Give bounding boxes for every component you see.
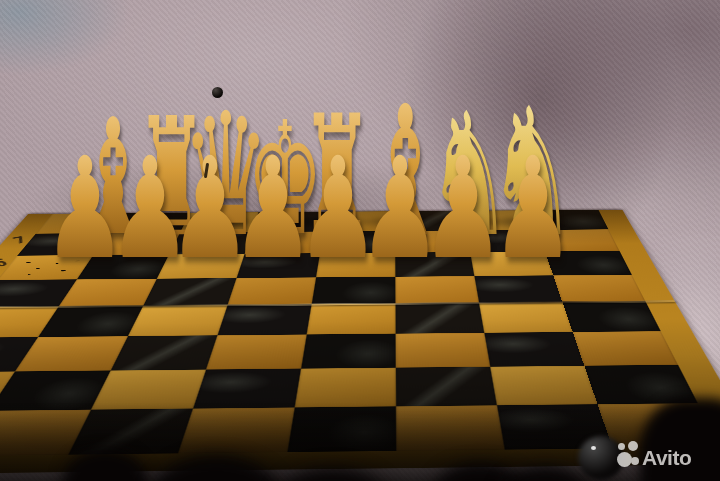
square-e4	[307, 304, 396, 335]
square-c3	[111, 335, 218, 370]
square-h3	[573, 331, 678, 366]
specular-highlight	[591, 446, 596, 450]
square-f2	[396, 367, 497, 407]
avito-logo-text: Avito	[642, 446, 691, 470]
rank-label-7: 7	[5, 235, 31, 246]
square-c4	[128, 305, 228, 336]
square-h4	[562, 301, 660, 332]
square-d3	[206, 334, 307, 369]
queen-finial-ball	[212, 87, 223, 98]
square-g2	[490, 366, 597, 406]
square-e3	[301, 334, 396, 369]
square-g4	[479, 302, 573, 333]
square-f3	[396, 333, 491, 368]
square-f4	[395, 303, 484, 334]
photo-scene: 7 6 5 ♝♜♛♚♜♝♞♞♟♟♟♟♟♟♟♟ Avito	[0, 0, 720, 481]
square-e2	[295, 368, 396, 408]
square-d4	[217, 304, 311, 335]
piece-white-pawn: ♟	[487, 139, 579, 279]
square-g3	[484, 332, 584, 367]
